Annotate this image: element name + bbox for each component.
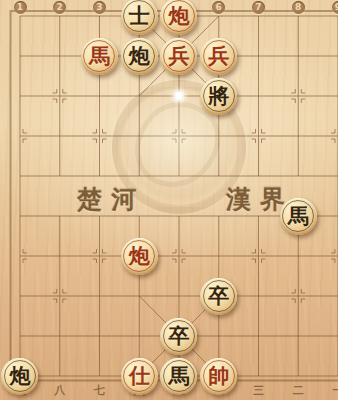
piece-red-horse[interactable]: 馬 bbox=[81, 38, 118, 75]
piece-red-advisor[interactable]: 仕 bbox=[121, 358, 158, 395]
piece-character: 仕 bbox=[129, 366, 150, 387]
piece-black-soldier[interactable]: 卒 bbox=[200, 278, 237, 315]
piece-character: 士 bbox=[129, 6, 150, 27]
piece-black-cannon[interactable]: 炮 bbox=[121, 38, 158, 75]
xiangqi-board[interactable]: 123456789 九八七六五四三二一 楚河 漢界 士炮馬炮兵兵將馬炮卒卒炮仕馬… bbox=[0, 0, 338, 400]
piece-character: 馬 bbox=[168, 366, 189, 387]
piece-character: 帥 bbox=[208, 366, 229, 387]
piece-character: 卒 bbox=[208, 286, 229, 307]
piece-red-cannon[interactable]: 炮 bbox=[121, 238, 158, 275]
piece-character: 馬 bbox=[89, 46, 110, 67]
piece-black-soldier[interactable]: 卒 bbox=[160, 318, 197, 355]
piece-red-general[interactable]: 帥 bbox=[200, 358, 237, 395]
piece-character: 兵 bbox=[208, 46, 229, 67]
piece-black-cannon[interactable]: 炮 bbox=[1, 358, 38, 395]
piece-character: 炮 bbox=[168, 6, 189, 27]
piece-character: 炮 bbox=[129, 46, 150, 67]
piece-black-horse[interactable]: 馬 bbox=[160, 358, 197, 395]
piece-character: 卒 bbox=[168, 326, 189, 347]
piece-red-cannon[interactable]: 炮 bbox=[160, 0, 197, 35]
piece-character: 兵 bbox=[168, 46, 189, 67]
piece-black-general[interactable]: 將 bbox=[200, 78, 237, 115]
piece-black-advisor[interactable]: 士 bbox=[121, 0, 158, 35]
piece-red-soldier[interactable]: 兵 bbox=[160, 38, 197, 75]
piece-character: 馬 bbox=[288, 206, 309, 227]
piece-character: 炮 bbox=[9, 366, 30, 387]
piece-character: 炮 bbox=[129, 246, 150, 267]
piece-character: 將 bbox=[208, 86, 229, 107]
pieces-layer: 士炮馬炮兵兵將馬炮卒卒炮仕馬帥 bbox=[0, 0, 338, 396]
piece-red-soldier[interactable]: 兵 bbox=[200, 38, 237, 75]
piece-black-horse[interactable]: 馬 bbox=[280, 198, 317, 235]
